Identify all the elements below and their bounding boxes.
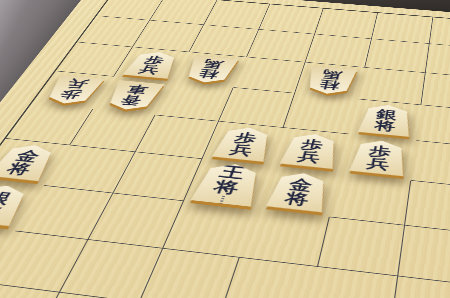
piece-face: 金将 (266, 170, 331, 212)
shogi-piece-pawn-sente[interactable]: 歩兵 (212, 125, 275, 162)
piece-kanji: 歩兵 (228, 131, 258, 158)
shogi-piece-pawn-gote[interactable]: 歩兵 (41, 74, 105, 105)
maker-signature (219, 196, 225, 204)
piece-kanji: 金将 (4, 149, 43, 177)
shogi-piece-pawn-sente[interactable]: 歩兵 (280, 132, 341, 169)
board-cell[interactable] (219, 88, 295, 128)
board-cell[interactable] (358, 68, 426, 105)
piece-face: 歩兵 (280, 132, 341, 169)
piece-kanji: 金将 (283, 177, 314, 207)
board-cell[interactable] (240, 209, 330, 267)
board-cell[interactable] (56, 42, 133, 76)
shogi-piece-pawn-sente[interactable]: 歩兵 (122, 50, 181, 79)
shogi-piece-lance-gote[interactable]: 香車 (102, 80, 164, 112)
piece-kanji: 香車 (118, 83, 150, 106)
piece-face: 桂馬 (182, 55, 239, 84)
piece-face: 桂馬 (303, 66, 357, 96)
piece-face: 歩兵 (122, 50, 181, 79)
piece-face: 王将 (190, 161, 264, 207)
piece-face: 香車 (102, 80, 164, 112)
piece-face: 歩兵 (349, 138, 408, 176)
shogi-piece-pawn-sente[interactable]: 歩兵 (349, 138, 408, 176)
piece-kanji: 桂馬 (318, 69, 343, 91)
board-cell[interactable] (283, 93, 357, 134)
shogi-piece-knight-gote[interactable]: 桂馬 (182, 55, 239, 84)
piece-kanji: 歩兵 (58, 78, 91, 100)
piece-kanji: 歩兵 (296, 138, 325, 165)
piece-kanji: 桂馬 (197, 58, 225, 79)
piece-kanji: 歩兵 (137, 55, 167, 76)
shogi-piece-gold-sente[interactable]: 金将 (266, 170, 331, 212)
board-cell[interactable] (305, 34, 371, 67)
shogi-photo-stage: 歩兵桂馬桂馬歩兵香車銀将歩兵歩兵歩兵金将王将金将銀将桂馬 (0, 0, 450, 298)
shogi-piece-silver-sente[interactable]: 銀将 (358, 103, 413, 137)
piece-kanji: 銀将 (373, 108, 398, 133)
piece-face: 歩兵 (212, 125, 275, 162)
shogi-grid: 歩兵桂馬桂馬歩兵香車銀将歩兵歩兵歩兵金将王将金将銀将桂馬 (0, 0, 450, 298)
piece-kanji: 歩兵 (365, 144, 392, 172)
piece-face: 歩兵 (41, 74, 105, 105)
piece-kanji: 王将 (208, 164, 247, 205)
piece-face: 銀将 (358, 103, 413, 137)
piece-kanji: 銀将 (0, 190, 15, 222)
shogi-board: 歩兵桂馬桂馬歩兵香車銀将歩兵歩兵歩兵金将王将金将銀将桂馬 (0, 0, 450, 298)
shogi-piece-king-sente[interactable]: 王将 (190, 161, 264, 207)
shogi-piece-knight-gote[interactable]: 桂馬 (303, 66, 357, 96)
